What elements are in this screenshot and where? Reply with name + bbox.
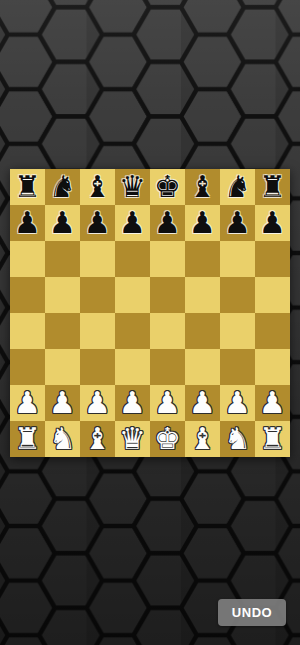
square-b5[interactable] [45, 277, 80, 313]
square-c8[interactable]: ♝ [80, 169, 115, 205]
square-h7[interactable]: ♟︎ [255, 205, 290, 241]
black-pawn: ♟︎ [49, 205, 76, 241]
square-f5[interactable] [185, 277, 220, 313]
black-rook: ♜ [14, 169, 41, 205]
black-bishop: ♝ [84, 169, 111, 205]
black-king: ♚ [154, 169, 181, 205]
square-f3[interactable] [185, 349, 220, 385]
white-pawn: ♟︎ [119, 385, 146, 421]
square-e7[interactable]: ♟︎ [150, 205, 185, 241]
square-g3[interactable] [220, 349, 255, 385]
white-queen: ♛ [119, 421, 146, 457]
square-a2[interactable]: ♟︎ [10, 385, 45, 421]
white-bishop: ♝ [84, 421, 111, 457]
square-g7[interactable]: ♟︎ [220, 205, 255, 241]
white-king: ♚ [154, 421, 181, 457]
white-pawn: ♟︎ [189, 385, 216, 421]
square-b4[interactable] [45, 313, 80, 349]
square-c3[interactable] [80, 349, 115, 385]
square-d3[interactable] [115, 349, 150, 385]
square-b7[interactable]: ♟︎ [45, 205, 80, 241]
square-h2[interactable]: ♟︎ [255, 385, 290, 421]
square-f6[interactable] [185, 241, 220, 277]
square-d2[interactable]: ♟︎ [115, 385, 150, 421]
square-a4[interactable] [10, 313, 45, 349]
square-a7[interactable]: ♟︎ [10, 205, 45, 241]
square-g4[interactable] [220, 313, 255, 349]
square-f1[interactable]: ♝ [185, 421, 220, 457]
black-pawn: ♟︎ [119, 205, 146, 241]
square-e8[interactable]: ♚ [150, 169, 185, 205]
square-a1[interactable]: ♜ [10, 421, 45, 457]
square-e5[interactable] [150, 277, 185, 313]
square-d5[interactable] [115, 277, 150, 313]
square-a6[interactable] [10, 241, 45, 277]
square-c2[interactable]: ♟︎ [80, 385, 115, 421]
square-c4[interactable] [80, 313, 115, 349]
square-b6[interactable] [45, 241, 80, 277]
square-f7[interactable]: ♟︎ [185, 205, 220, 241]
square-g5[interactable] [220, 277, 255, 313]
chess-board: ♜♞♝♛♚♝♞♜♟︎♟︎♟︎♟︎♟︎♟︎♟︎♟︎♟︎♟︎♟︎♟︎♟︎♟︎♟︎♟︎… [10, 169, 290, 457]
square-e3[interactable] [150, 349, 185, 385]
black-pawn: ♟︎ [154, 205, 181, 241]
white-pawn: ♟︎ [14, 385, 41, 421]
square-b8[interactable]: ♞ [45, 169, 80, 205]
square-a3[interactable] [10, 349, 45, 385]
white-knight: ♞ [49, 421, 76, 457]
undo-button-label: UNDO [232, 605, 272, 620]
square-h5[interactable] [255, 277, 290, 313]
square-b1[interactable]: ♞ [45, 421, 80, 457]
square-d4[interactable] [115, 313, 150, 349]
white-rook: ♜ [14, 421, 41, 457]
white-pawn: ♟︎ [84, 385, 111, 421]
square-d7[interactable]: ♟︎ [115, 205, 150, 241]
square-a8[interactable]: ♜ [10, 169, 45, 205]
black-knight: ♞ [49, 169, 76, 205]
black-bishop: ♝ [189, 169, 216, 205]
square-g1[interactable]: ♞ [220, 421, 255, 457]
square-e4[interactable] [150, 313, 185, 349]
app-screen: ♜♞♝♛♚♝♞♜♟︎♟︎♟︎♟︎♟︎♟︎♟︎♟︎♟︎♟︎♟︎♟︎♟︎♟︎♟︎♟︎… [0, 0, 300, 645]
square-h4[interactable] [255, 313, 290, 349]
square-d1[interactable]: ♛ [115, 421, 150, 457]
square-e2[interactable]: ♟︎ [150, 385, 185, 421]
square-g6[interactable] [220, 241, 255, 277]
undo-button[interactable]: UNDO [218, 599, 286, 626]
black-pawn: ♟︎ [259, 205, 286, 241]
black-pawn: ♟︎ [14, 205, 41, 241]
square-g2[interactable]: ♟︎ [220, 385, 255, 421]
square-g8[interactable]: ♞ [220, 169, 255, 205]
square-c7[interactable]: ♟︎ [80, 205, 115, 241]
white-pawn: ♟︎ [154, 385, 181, 421]
square-h8[interactable]: ♜ [255, 169, 290, 205]
square-e6[interactable] [150, 241, 185, 277]
square-b2[interactable]: ♟︎ [45, 385, 80, 421]
square-c5[interactable] [80, 277, 115, 313]
square-a5[interactable] [10, 277, 45, 313]
square-h1[interactable]: ♜ [255, 421, 290, 457]
square-f2[interactable]: ♟︎ [185, 385, 220, 421]
square-h3[interactable] [255, 349, 290, 385]
square-d6[interactable] [115, 241, 150, 277]
white-knight: ♞ [224, 421, 251, 457]
white-pawn: ♟︎ [259, 385, 286, 421]
square-f8[interactable]: ♝ [185, 169, 220, 205]
square-c6[interactable] [80, 241, 115, 277]
white-pawn: ♟︎ [49, 385, 76, 421]
black-pawn: ♟︎ [84, 205, 111, 241]
square-e1[interactable]: ♚ [150, 421, 185, 457]
square-f4[interactable] [185, 313, 220, 349]
square-c1[interactable]: ♝ [80, 421, 115, 457]
black-pawn: ♟︎ [189, 205, 216, 241]
white-bishop: ♝ [189, 421, 216, 457]
black-pawn: ♟︎ [224, 205, 251, 241]
square-d8[interactable]: ♛ [115, 169, 150, 205]
white-pawn: ♟︎ [224, 385, 251, 421]
black-queen: ♛ [119, 169, 146, 205]
black-rook: ♜ [259, 169, 286, 205]
black-knight: ♞ [224, 169, 251, 205]
square-b3[interactable] [45, 349, 80, 385]
white-rook: ♜ [259, 421, 286, 457]
square-h6[interactable] [255, 241, 290, 277]
